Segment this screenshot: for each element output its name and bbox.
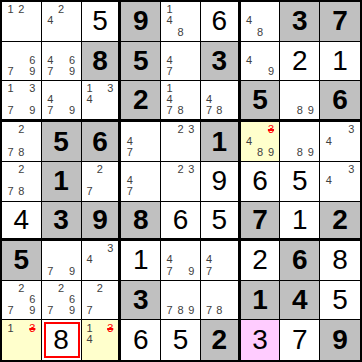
candidate-digit: 3 <box>105 83 115 94</box>
cell-r2c3[interactable]: 8 <box>82 42 122 82</box>
solved-digit: 5 <box>92 7 108 35</box>
cell-r7c5[interactable]: 479 <box>161 241 201 281</box>
candidate-grid: 47 <box>201 241 238 280</box>
candidate-grid: 134 <box>82 81 119 119</box>
cell-r7c7[interactable]: 2 <box>241 241 281 281</box>
solved-digit: 3 <box>252 326 268 354</box>
candidate-digit: 9 <box>266 66 277 77</box>
candidate-digit: 7 <box>204 105 214 116</box>
given-digit: 3 <box>133 286 149 314</box>
candidate-grid: 479 <box>42 81 81 119</box>
candidate-grid: 278 <box>2 162 41 201</box>
candidate-digit: 2 <box>95 164 105 175</box>
candidate-digit: 4 <box>244 135 255 146</box>
candidate-digit: 8 <box>175 305 186 316</box>
candidate-digit: 9 <box>27 305 38 316</box>
cell-r7c6[interactable]: 47 <box>201 241 241 281</box>
given-digit: 3 <box>292 7 308 35</box>
candidate-digit: 9 <box>67 105 78 116</box>
candidate-digit: 3 <box>105 243 115 254</box>
cell-r3c8[interactable]: 89 <box>280 81 320 122</box>
candidate-digit: 2 <box>16 164 27 175</box>
candidate-digit: 9 <box>67 266 78 277</box>
candidate-grid: 12 <box>2 2 41 41</box>
candidate-digit: 8 <box>214 105 224 116</box>
candidate-digit: 9 <box>67 66 78 77</box>
candidate-digit: 7 <box>45 266 56 277</box>
cell-r2c1[interactable]: 679 <box>2 42 42 82</box>
candidate-digit: 7 <box>164 105 175 116</box>
candidate-grid: 1478 <box>161 81 200 119</box>
cell-r1c1[interactable]: 12 <box>2 2 42 42</box>
cell-r7c2[interactable]: 79 <box>42 241 82 281</box>
given-digit: 3 <box>211 47 227 75</box>
candidate-grid: 23 <box>161 122 200 161</box>
cell-r4c3[interactable]: 6 <box>82 122 122 162</box>
solved-digit: 6 <box>133 326 149 354</box>
cell-r4c5[interactable]: 23 <box>161 122 201 162</box>
candidate-grid: 143 <box>82 320 119 360</box>
candidate-grid: 789 <box>161 281 200 320</box>
candidate-grid: 679 <box>2 42 41 81</box>
candidate-grid: 478 <box>201 81 238 119</box>
candidate-digit: 1 <box>85 322 95 334</box>
cell-r7c4[interactable]: 1 <box>121 241 161 281</box>
cell-r5c6[interactable]: 9 <box>201 162 241 202</box>
candidate-digit: 4 <box>45 15 56 26</box>
solved-digit: 5 <box>173 326 189 354</box>
given-digit: 1 <box>53 167 69 195</box>
given-digit: 5 <box>133 47 149 75</box>
cell-r1c8[interactable]: 3 <box>280 2 320 42</box>
cell-r2c2[interactable]: 4679 <box>42 42 82 82</box>
cell-r8c4[interactable]: 3 <box>121 281 161 321</box>
cell-r9c8[interactable]: 7 <box>280 320 320 360</box>
candidate-digit: 2 <box>16 4 27 15</box>
candidate-digit: 8 <box>255 26 266 37</box>
candidate-digit: 8 <box>255 147 266 158</box>
candidate-grid: 27 <box>82 281 119 320</box>
given-digit: 1 <box>252 286 268 314</box>
candidate-digit: 7 <box>5 147 16 158</box>
candidate-digit: 2 <box>16 124 27 135</box>
given-digit: 4 <box>292 286 308 314</box>
candidate-digit: 8 <box>294 105 305 116</box>
solved-digit: 1 <box>133 246 149 274</box>
cell-r5c9[interactable]: 34 <box>320 162 360 202</box>
solved-digit: 8 <box>53 326 69 354</box>
candidate-grid: 13 <box>2 320 41 360</box>
eliminated-candidate: 3 <box>105 322 115 334</box>
candidate-digit: 4 <box>85 254 95 265</box>
cell-r1c5[interactable]: 148 <box>161 2 201 42</box>
candidate-digit: 9 <box>27 105 38 116</box>
candidate-grid: 278 <box>2 122 41 161</box>
cell-r9c6[interactable]: 2 <box>201 320 241 360</box>
candidate-digit: 3 <box>186 124 197 135</box>
solved-digit: 6 <box>173 206 189 234</box>
eliminated-candidate: 3 <box>27 322 38 334</box>
solved-digit: 4 <box>14 206 30 234</box>
candidate-digit: 2 <box>16 283 27 294</box>
candidate-digit: 9 <box>67 305 78 316</box>
candidate-grid: 79 <box>42 241 81 280</box>
candidate-digit: 1 <box>5 4 16 15</box>
cell-r1c3[interactable]: 5 <box>82 2 122 42</box>
eliminated-candidate: 3 <box>266 124 277 135</box>
candidate-digit: 4 <box>244 55 255 66</box>
cell-r5c4[interactable]: 47 <box>121 162 161 202</box>
candidate-grid: 78 <box>201 281 238 320</box>
candidate-digit: 7 <box>164 66 175 77</box>
candidate-digit: 7 <box>5 66 16 77</box>
candidate-grid: 34 <box>82 241 119 280</box>
cell-r2c8[interactable]: 2 <box>280 42 320 82</box>
candidate-grid: 4893 <box>241 122 280 161</box>
candidate-digit: 2 <box>175 124 186 135</box>
candidate-digit: 2 <box>56 283 67 294</box>
cell-r2c7[interactable]: 49 <box>241 42 281 82</box>
cell-r3c7[interactable]: 5 <box>241 81 281 122</box>
solved-digit: 6 <box>252 167 268 195</box>
candidate-digit: 2 <box>56 4 67 15</box>
candidate-digit: 7 <box>85 186 95 197</box>
candidate-digit: 4 <box>323 175 334 186</box>
candidate-digit: 7 <box>45 105 56 116</box>
cell-r6c8[interactable]: 1 <box>280 202 320 242</box>
cell-r3c6[interactable]: 478 <box>201 81 241 122</box>
cell-r8c1[interactable]: 2679 <box>2 281 42 321</box>
candidate-digit: 4 <box>164 15 175 26</box>
candidate-digit: 3 <box>27 83 38 94</box>
cell-r5c8[interactable]: 5 <box>280 162 320 202</box>
solved-digit: 6 <box>211 7 227 35</box>
candidate-grid: 47 <box>161 42 200 81</box>
cell-r5c7[interactable]: 6 <box>241 162 281 202</box>
cell-r6c5[interactable]: 6 <box>161 202 201 242</box>
cell-r4c2[interactable]: 5 <box>42 122 82 162</box>
candidate-digit: 9 <box>27 66 38 77</box>
cell-r1c2[interactable]: 24 <box>42 2 82 42</box>
candidate-digit: 8 <box>175 26 186 37</box>
candidate-digit: 8 <box>175 105 186 116</box>
solved-digit: 2 <box>252 246 268 274</box>
candidate-digit: 1 <box>5 322 16 334</box>
cell-r3c2[interactable]: 479 <box>42 81 82 122</box>
candidate-digit: 3 <box>186 164 197 175</box>
given-digit: 2 <box>133 86 149 114</box>
cell-r8c9[interactable]: 5 <box>320 281 360 321</box>
candidate-digit: 7 <box>124 186 135 197</box>
given-digit: 1 <box>211 128 227 156</box>
cell-r9c5[interactable]: 5 <box>161 320 201 360</box>
candidate-digit: 3 <box>346 124 357 135</box>
cell-r5c3[interactable]: 27 <box>82 162 122 202</box>
given-digit: 2 <box>211 326 227 354</box>
cell-r4c6[interactable]: 1 <box>201 122 241 162</box>
given-digit: 8 <box>92 47 108 75</box>
cell-r8c6[interactable]: 78 <box>201 281 241 321</box>
cell-r9c2[interactable]: 8 <box>42 320 82 360</box>
sudoku-board: 1224591486483767946798547349211379479134… <box>0 0 362 362</box>
given-digit: 7 <box>252 206 268 234</box>
solved-digit: 5 <box>292 167 308 195</box>
candidate-digit: 8 <box>294 147 305 158</box>
candidate-digit: 7 <box>5 186 16 197</box>
cell-r4c1[interactable]: 278 <box>2 122 42 162</box>
given-digit: 3 <box>53 206 69 234</box>
cell-r3c5[interactable]: 1478 <box>161 81 201 122</box>
cell-r3c9[interactable]: 6 <box>320 81 360 122</box>
candidate-digit: 9 <box>186 305 197 316</box>
cell-r9c4[interactable]: 6 <box>121 320 161 360</box>
cell-r4c4[interactable]: 47 <box>121 122 161 162</box>
candidate-digit: 8 <box>16 147 27 158</box>
solved-digit: 7 <box>292 326 308 354</box>
candidate-digit: 8 <box>16 186 27 197</box>
cell-r4c8[interactable]: 89 <box>280 122 320 162</box>
candidate-grid: 34 <box>320 122 360 161</box>
candidate-digit: 4 <box>164 254 175 265</box>
candidate-digit: 9 <box>186 266 197 277</box>
candidate-digit: 9 <box>305 147 316 158</box>
candidate-digit: 4 <box>124 135 135 146</box>
candidate-grid: 89 <box>280 122 319 161</box>
candidate-digit: 7 <box>5 305 16 316</box>
candidate-grid: 2679 <box>2 281 41 320</box>
candidate-grid: 4679 <box>42 42 81 81</box>
cell-r8c2[interactable]: 2679 <box>42 281 82 321</box>
cell-r6c7[interactable]: 7 <box>241 202 281 242</box>
given-digit: 6 <box>332 86 348 114</box>
candidate-grid: 27 <box>82 162 119 201</box>
cell-r2c4[interactable]: 5 <box>121 42 161 82</box>
cell-r7c9[interactable]: 8 <box>320 241 360 281</box>
given-digit: 6 <box>292 246 308 274</box>
solved-digit: 5 <box>332 286 348 314</box>
candidate-digit: 3 <box>346 164 357 175</box>
cell-r4c9[interactable]: 34 <box>320 122 360 162</box>
candidate-digit: 4 <box>85 334 95 346</box>
candidate-digit: 9 <box>266 147 277 158</box>
cell-r1c9[interactable]: 7 <box>320 2 360 42</box>
candidate-grid: 34 <box>320 162 360 201</box>
solved-digit: 2 <box>292 47 308 75</box>
cell-r8c7[interactable]: 1 <box>241 281 281 321</box>
given-digit: 8 <box>133 206 149 234</box>
candidate-digit: 7 <box>204 266 214 277</box>
candidate-digit: 7 <box>164 266 175 277</box>
cell-r8c8[interactable]: 4 <box>280 281 320 321</box>
cell-r6c1[interactable]: 4 <box>2 202 42 242</box>
candidate-digit: 7 <box>45 66 56 77</box>
candidate-grid: 479 <box>161 241 200 280</box>
candidate-digit: 4 <box>323 135 334 146</box>
solved-digit: 5 <box>211 206 227 234</box>
candidate-digit: 4 <box>85 94 95 105</box>
candidate-grid: 47 <box>121 122 160 161</box>
candidate-digit: 9 <box>305 105 316 116</box>
candidate-grid: 1379 <box>2 81 41 119</box>
candidate-digit: 7 <box>85 305 95 316</box>
candidate-digit: 4 <box>204 254 214 265</box>
cell-r7c1[interactable]: 5 <box>2 241 42 281</box>
cell-r6c6[interactable]: 5 <box>201 202 241 242</box>
cell-r7c8[interactable]: 6 <box>280 241 320 281</box>
candidate-grid: 23 <box>161 162 200 201</box>
cell-r9c7[interactable]: 3 <box>241 320 281 360</box>
cell-r1c7[interactable]: 48 <box>241 2 281 42</box>
given-digit: 7 <box>332 7 348 35</box>
candidate-grid: 49 <box>241 42 280 81</box>
solved-digit: 1 <box>332 47 348 75</box>
cell-r6c3[interactable]: 9 <box>82 202 122 242</box>
candidate-grid: 148 <box>161 2 200 41</box>
given-digit: 9 <box>92 206 108 234</box>
candidate-digit: 4 <box>244 15 255 26</box>
cell-r5c1[interactable]: 278 <box>2 162 42 202</box>
candidate-digit: 8 <box>214 305 224 316</box>
given-digit: 2 <box>332 206 348 234</box>
cell-r8c5[interactable]: 789 <box>161 281 201 321</box>
cell-r9c9[interactable]: 9 <box>320 320 360 360</box>
candidate-digit: 7 <box>45 305 56 316</box>
candidate-grid: 24 <box>42 2 81 41</box>
cell-r9c3[interactable]: 143 <box>82 320 122 360</box>
candidate-digit: 7 <box>164 305 175 316</box>
given-digit: 5 <box>252 86 268 114</box>
cell-r3c4[interactable]: 2 <box>121 81 161 122</box>
cell-r6c4[interactable]: 8 <box>121 202 161 242</box>
cell-r2c6[interactable]: 3 <box>201 42 241 82</box>
cell-r3c1[interactable]: 1379 <box>2 81 42 122</box>
candidate-grid: 2679 <box>42 281 81 320</box>
solved-digit: 9 <box>211 167 227 195</box>
cell-r6c2[interactable]: 3 <box>42 202 82 242</box>
candidate-grid: 47 <box>121 162 160 201</box>
cell-r5c5[interactable]: 23 <box>161 162 201 202</box>
cell-r8c3[interactable]: 27 <box>82 281 122 321</box>
given-digit: 6 <box>92 128 108 156</box>
cell-r3c3[interactable]: 134 <box>82 81 122 122</box>
candidate-digit: 7 <box>204 305 214 316</box>
solved-digit: 8 <box>332 246 348 274</box>
solved-digit: 1 <box>292 206 308 234</box>
cell-r7c3[interactable]: 34 <box>82 241 122 281</box>
given-digit: 5 <box>14 246 30 274</box>
candidate-digit: 2 <box>95 283 105 294</box>
cell-r2c9[interactable]: 1 <box>320 42 360 82</box>
candidate-grid: 48 <box>241 2 280 41</box>
candidate-grid: 89 <box>280 81 319 119</box>
cell-r9c1[interactable]: 13 <box>2 320 42 360</box>
cell-r1c4[interactable]: 9 <box>121 2 161 42</box>
candidate-digit: 1 <box>5 83 16 94</box>
candidate-digit: 7 <box>5 105 16 116</box>
cell-r6c9[interactable]: 2 <box>320 202 360 242</box>
candidate-digit: 2 <box>175 164 186 175</box>
cell-r5c2[interactable]: 1 <box>42 162 82 202</box>
cell-r1c6[interactable]: 6 <box>201 2 241 42</box>
given-digit: 5 <box>53 128 69 156</box>
cell-r4c7[interactable]: 4893 <box>241 122 281 162</box>
given-digit: 9 <box>133 7 149 35</box>
given-digit: 9 <box>332 326 348 354</box>
cell-r2c5[interactable]: 47 <box>161 42 201 82</box>
candidate-digit: 7 <box>124 147 135 158</box>
